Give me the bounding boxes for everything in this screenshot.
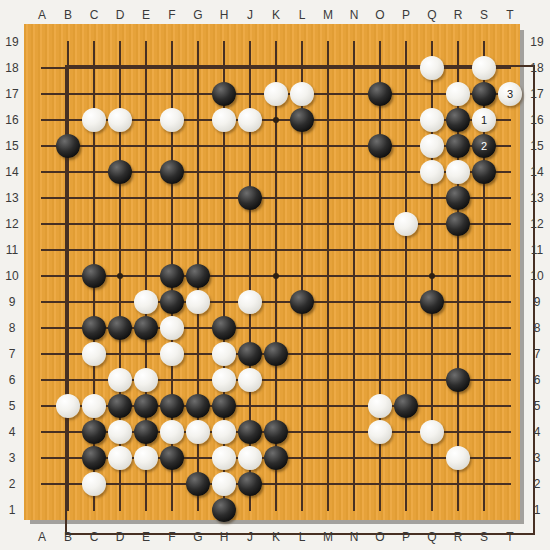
row-label: 3 (534, 451, 541, 465)
black-stone[interactable] (82, 316, 106, 340)
black-stone[interactable] (290, 108, 314, 132)
white-stone[interactable] (212, 342, 236, 366)
column-label: K (272, 8, 280, 22)
white-stone[interactable] (108, 108, 132, 132)
column-label: G (193, 8, 202, 22)
white-stone[interactable] (186, 420, 210, 444)
white-stone[interactable] (82, 342, 106, 366)
row-label: 8 (9, 321, 16, 335)
row-label: 11 (6, 243, 18, 257)
black-stone[interactable] (394, 394, 418, 418)
black-stone[interactable] (186, 264, 210, 288)
white-stone[interactable] (446, 446, 470, 470)
black-stone[interactable] (108, 160, 132, 184)
white-stone[interactable] (290, 82, 314, 106)
row-label: 4 (9, 425, 16, 439)
white-stone[interactable] (108, 420, 132, 444)
white-stone[interactable] (82, 472, 106, 496)
black-stone[interactable] (82, 264, 106, 288)
column-label: C (90, 8, 99, 22)
white-stone[interactable] (186, 290, 210, 314)
white-stone[interactable] (420, 160, 444, 184)
star-point (273, 117, 279, 123)
column-label: A (38, 530, 46, 544)
black-stone[interactable] (472, 160, 496, 184)
white-stone[interactable] (108, 368, 132, 392)
column-label: E (142, 530, 150, 544)
black-stone[interactable] (212, 498, 236, 522)
black-stone[interactable] (446, 108, 470, 132)
row-label: 17 (530, 87, 543, 101)
black-stone[interactable] (238, 472, 262, 496)
column-label: S (480, 8, 488, 22)
white-stone[interactable] (82, 394, 106, 418)
black-stone[interactable] (212, 394, 236, 418)
column-label: Q (427, 8, 436, 22)
row-label: 10 (530, 269, 543, 283)
black-stone[interactable] (290, 290, 314, 314)
black-stone[interactable] (264, 446, 288, 470)
white-stone[interactable] (238, 108, 262, 132)
column-label: O (375, 530, 384, 544)
grid-line-vertical (327, 41, 329, 511)
row-label: 2 (534, 477, 541, 491)
white-stone[interactable] (212, 446, 236, 470)
black-stone[interactable] (82, 420, 106, 444)
black-stone[interactable] (160, 290, 184, 314)
column-label: S (480, 530, 488, 544)
column-label: P (402, 530, 410, 544)
column-label: A (38, 8, 46, 22)
white-stone[interactable] (212, 368, 236, 392)
grid-line-vertical (405, 41, 407, 511)
white-stone[interactable] (56, 394, 80, 418)
black-stone[interactable] (446, 368, 470, 392)
white-stone[interactable] (238, 446, 262, 470)
black-stone[interactable] (160, 446, 184, 470)
row-label: 2 (9, 477, 16, 491)
star-point (273, 273, 279, 279)
row-label: 14 (530, 165, 543, 179)
row-label: 15 (530, 139, 543, 153)
row-label: 5 (9, 399, 16, 413)
row-label: 18 (5, 61, 18, 75)
white-stone[interactable] (238, 290, 262, 314)
row-label: 6 (534, 373, 541, 387)
column-label: T (506, 530, 513, 544)
white-stone[interactable] (420, 134, 444, 158)
row-label: 7 (9, 347, 16, 361)
grid-line-horizontal (41, 483, 511, 485)
black-stone[interactable] (134, 420, 158, 444)
white-stone[interactable] (160, 420, 184, 444)
black-stone[interactable] (472, 82, 496, 106)
black-stone[interactable] (368, 82, 392, 106)
star-point (429, 273, 435, 279)
column-label: D (116, 530, 125, 544)
black-stone[interactable] (238, 186, 262, 210)
column-label: F (168, 530, 175, 544)
black-stone[interactable] (134, 394, 158, 418)
black-stone[interactable] (108, 394, 132, 418)
black-stone[interactable] (160, 264, 184, 288)
white-stone[interactable] (420, 420, 444, 444)
white-stone[interactable] (420, 56, 444, 80)
white-stone[interactable] (212, 420, 236, 444)
white-stone[interactable] (446, 160, 470, 184)
black-stone[interactable] (212, 82, 236, 106)
row-label: 6 (9, 373, 16, 387)
black-stone[interactable] (186, 394, 210, 418)
black-stone[interactable] (446, 186, 470, 210)
star-point (117, 273, 123, 279)
black-stone[interactable] (160, 394, 184, 418)
white-stone[interactable] (368, 394, 392, 418)
go-diagram: ABCDEFGHJKLMNOPQRST ABCDEFGHJKLMNOPQRST … (0, 0, 550, 550)
black-stone[interactable] (212, 316, 236, 340)
white-stone[interactable] (134, 368, 158, 392)
row-label: 13 (5, 191, 18, 205)
black-stone[interactable] (446, 212, 470, 236)
column-label: O (375, 8, 384, 22)
black-stone[interactable] (446, 134, 470, 158)
column-label: F (168, 8, 175, 22)
black-stone[interactable] (56, 134, 80, 158)
black-stone[interactable] (134, 316, 158, 340)
row-label: 16 (530, 113, 543, 127)
black-stone[interactable] (264, 420, 288, 444)
row-label: 12 (5, 217, 18, 231)
row-label: 1 (534, 503, 541, 517)
white-stone[interactable] (264, 82, 288, 106)
row-label: 3 (9, 451, 16, 465)
white-stone[interactable] (472, 56, 496, 80)
white-stone[interactable] (446, 82, 470, 106)
black-stone[interactable] (160, 160, 184, 184)
grid-line-vertical (353, 41, 355, 511)
column-label: N (350, 8, 359, 22)
white-stone[interactable] (134, 290, 158, 314)
row-label: 19 (5, 35, 18, 49)
row-label: 9 (534, 295, 541, 309)
column-label: H (220, 530, 229, 544)
row-label: 1 (9, 503, 16, 517)
black-stone[interactable] (186, 472, 210, 496)
column-label: H (220, 8, 229, 22)
row-label: 12 (530, 217, 543, 231)
column-label: Q (427, 530, 436, 544)
column-label: T (506, 8, 513, 22)
column-label: D (116, 8, 125, 22)
white-stone[interactable] (134, 446, 158, 470)
black-stone[interactable] (108, 316, 132, 340)
black-stone[interactable] (238, 420, 262, 444)
white-stone[interactable] (394, 212, 418, 236)
white-stone[interactable] (238, 368, 262, 392)
white-stone[interactable] (212, 472, 236, 496)
white-stone[interactable] (212, 108, 236, 132)
column-label: M (323, 530, 333, 544)
white-stone[interactable]: 3 (498, 82, 522, 106)
column-label: P (402, 8, 410, 22)
column-label: C (90, 530, 99, 544)
row-label: 4 (534, 425, 541, 439)
column-label: L (299, 530, 306, 544)
row-label: 8 (534, 321, 541, 335)
white-stone[interactable] (160, 342, 184, 366)
column-label: B (64, 530, 72, 544)
row-label: 14 (5, 165, 18, 179)
move-number-label: 2 (481, 141, 487, 152)
row-label: 19 (530, 35, 543, 49)
column-label: R (454, 8, 463, 22)
column-label: E (142, 8, 150, 22)
move-number-label: 3 (507, 89, 513, 100)
row-label: 13 (530, 191, 543, 205)
black-stone[interactable] (264, 342, 288, 366)
column-label: B (64, 8, 72, 22)
white-stone[interactable] (368, 420, 392, 444)
column-label: M (323, 8, 333, 22)
column-label: R (454, 530, 463, 544)
white-stone[interactable] (82, 108, 106, 132)
white-stone[interactable] (160, 108, 184, 132)
column-label: J (247, 530, 253, 544)
white-stone[interactable] (108, 446, 132, 470)
white-stone[interactable] (160, 316, 184, 340)
row-label: 17 (5, 87, 18, 101)
column-label: J (247, 8, 253, 22)
black-stone[interactable] (238, 342, 262, 366)
white-stone[interactable] (420, 108, 444, 132)
column-label: L (299, 8, 306, 22)
column-label: N (350, 530, 359, 544)
row-label: 15 (5, 139, 18, 153)
black-stone[interactable]: 2 (472, 134, 496, 158)
column-label: G (193, 530, 202, 544)
row-label: 5 (534, 399, 541, 413)
row-label: 16 (5, 113, 18, 127)
row-label: 18 (530, 61, 543, 75)
black-stone[interactable] (420, 290, 444, 314)
white-stone[interactable]: 1 (472, 108, 496, 132)
row-label: 10 (5, 269, 18, 283)
row-label: 11 (531, 243, 543, 257)
move-number-label: 1 (481, 115, 487, 126)
row-label: 9 (9, 295, 16, 309)
column-label: K (272, 530, 280, 544)
black-stone[interactable] (368, 134, 392, 158)
black-stone[interactable] (82, 446, 106, 470)
row-label: 7 (534, 347, 541, 361)
